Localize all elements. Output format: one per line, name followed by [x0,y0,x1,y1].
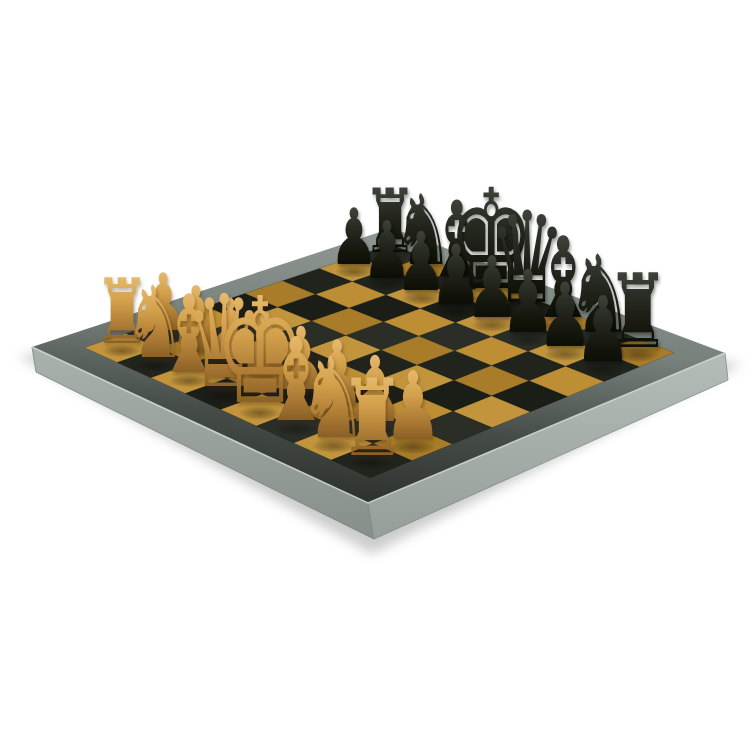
piece-white-rook-h1[interactable]: ♜ [338,365,405,471]
piece-black-pawn-h7[interactable]: ♟ [574,285,631,376]
marble-chess-set-photo: ♜♟♞♟♝♟♚♟♛♟♝♟♟♞♜♟♟♜♞♟♟♝♟♛♟♚♟♝♟♞♟♜ [0,0,755,755]
